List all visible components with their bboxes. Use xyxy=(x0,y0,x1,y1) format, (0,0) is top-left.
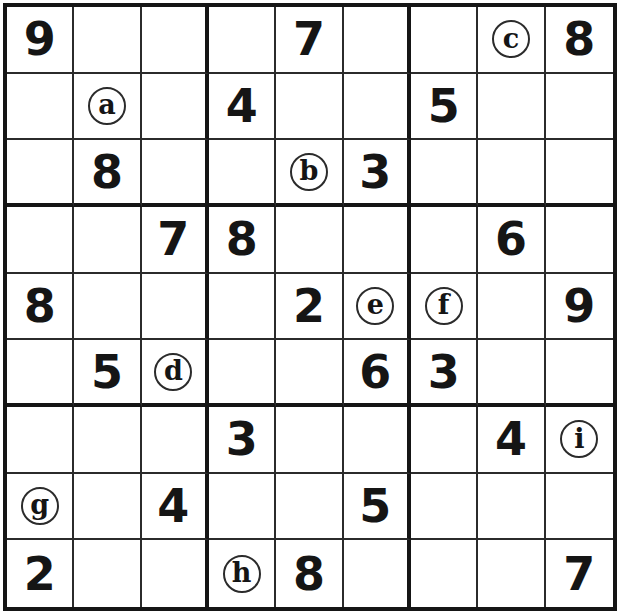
cell-r1c2[interactable] xyxy=(74,7,141,74)
cell-r8c5[interactable] xyxy=(276,474,343,541)
cell-r9c1[interactable]: 2 xyxy=(7,540,74,607)
cell-r8c3[interactable]: 4 xyxy=(142,474,209,541)
circled-letter-b: b xyxy=(290,153,328,191)
cell-r8c1[interactable]: g xyxy=(7,474,74,541)
cell-r1c5[interactable]: 7 xyxy=(276,7,343,74)
cell-r5c4[interactable] xyxy=(209,274,276,341)
cell-r1c7[interactable] xyxy=(411,7,478,74)
cell-r8c8[interactable] xyxy=(478,474,545,541)
given-digit: 8 xyxy=(226,216,258,262)
cell-r4c2[interactable] xyxy=(74,207,141,274)
given-digit: 4 xyxy=(226,83,258,129)
cell-r2c6[interactable] xyxy=(344,74,411,141)
given-digit: 3 xyxy=(359,149,391,195)
cell-r9c3[interactable] xyxy=(142,540,209,607)
given-digit: 4 xyxy=(495,416,527,462)
cell-r5c7[interactable]: f xyxy=(411,274,478,341)
cell-r3c8[interactable] xyxy=(478,140,545,207)
given-digit: 5 xyxy=(359,483,391,529)
circled-letter-c: c xyxy=(492,20,530,58)
cell-r5c5[interactable]: 2 xyxy=(276,274,343,341)
cell-r2c7[interactable]: 5 xyxy=(411,74,478,141)
cell-r7c4[interactable]: 3 xyxy=(209,407,276,474)
circled-letter-a: a xyxy=(88,87,126,125)
cell-r6c6[interactable]: 6 xyxy=(344,340,411,407)
cell-r3c1[interactable] xyxy=(7,140,74,207)
cell-r5c9[interactable]: 9 xyxy=(546,274,613,341)
cell-r5c8[interactable] xyxy=(478,274,545,341)
cell-r9c6[interactable] xyxy=(344,540,411,607)
circled-letter-i: i xyxy=(560,420,598,458)
cell-r3c3[interactable] xyxy=(142,140,209,207)
cell-r3c5[interactable]: b xyxy=(276,140,343,207)
cell-r2c1[interactable] xyxy=(7,74,74,141)
cell-r9c2[interactable] xyxy=(74,540,141,607)
cell-r6c2[interactable]: 5 xyxy=(74,340,141,407)
given-digit: 4 xyxy=(157,483,189,529)
cell-r3c2[interactable]: 8 xyxy=(74,140,141,207)
given-digit: 8 xyxy=(293,551,325,597)
cell-r9c5[interactable]: 8 xyxy=(276,540,343,607)
circled-letter-g: g xyxy=(21,487,59,525)
cell-r6c8[interactable] xyxy=(478,340,545,407)
given-digit: 6 xyxy=(359,349,391,395)
cell-r8c9[interactable] xyxy=(546,474,613,541)
cell-r1c9[interactable]: 8 xyxy=(546,7,613,74)
cell-r7c8[interactable]: 4 xyxy=(478,407,545,474)
cell-r6c4[interactable] xyxy=(209,340,276,407)
circled-letter-h: h xyxy=(223,555,261,593)
cell-r1c6[interactable] xyxy=(344,7,411,74)
given-digit: 3 xyxy=(226,416,258,462)
cell-r2c8[interactable] xyxy=(478,74,545,141)
cell-r1c8[interactable]: c xyxy=(478,7,545,74)
cell-r9c7[interactable] xyxy=(411,540,478,607)
cell-r3c9[interactable] xyxy=(546,140,613,207)
cell-r2c9[interactable] xyxy=(546,74,613,141)
cell-r2c4[interactable]: 4 xyxy=(209,74,276,141)
given-digit: 5 xyxy=(428,83,460,129)
given-digit: 7 xyxy=(157,216,189,262)
cell-r8c7[interactable] xyxy=(411,474,478,541)
cell-r7c6[interactable] xyxy=(344,407,411,474)
cell-r4c8[interactable]: 6 xyxy=(478,207,545,274)
cell-r7c7[interactable] xyxy=(411,407,478,474)
cell-r9c8[interactable] xyxy=(478,540,545,607)
cell-r8c6[interactable]: 5 xyxy=(344,474,411,541)
cell-r3c6[interactable]: 3 xyxy=(344,140,411,207)
cell-r2c5[interactable] xyxy=(276,74,343,141)
cell-r7c5[interactable] xyxy=(276,407,343,474)
cell-r7c3[interactable] xyxy=(142,407,209,474)
cell-r5c3[interactable] xyxy=(142,274,209,341)
cell-r7c1[interactable] xyxy=(7,407,74,474)
given-digit: 3 xyxy=(428,349,460,395)
cell-r3c4[interactable] xyxy=(209,140,276,207)
cell-r6c9[interactable] xyxy=(546,340,613,407)
cell-r4c9[interactable] xyxy=(546,207,613,274)
cell-r8c2[interactable] xyxy=(74,474,141,541)
cell-r8c4[interactable] xyxy=(209,474,276,541)
given-digit: 9 xyxy=(24,16,56,62)
cell-r4c1[interactable] xyxy=(7,207,74,274)
given-digit: 5 xyxy=(91,349,123,395)
given-digit: 8 xyxy=(91,149,123,195)
cell-r4c3[interactable]: 7 xyxy=(142,207,209,274)
given-digit: 2 xyxy=(24,551,56,597)
sudoku-board: 97c8a458b378682ef95d6334ig452h87 xyxy=(3,3,617,611)
cell-r4c5[interactable] xyxy=(276,207,343,274)
given-digit: 6 xyxy=(495,216,527,262)
cell-r7c2[interactable] xyxy=(74,407,141,474)
given-digit: 7 xyxy=(293,16,325,62)
cell-r2c2[interactable]: a xyxy=(74,74,141,141)
sudoku-board-container: 97c8a458b378682ef95d6334ig452h87 xyxy=(3,3,617,611)
cell-r4c7[interactable] xyxy=(411,207,478,274)
cell-r6c7[interactable]: 3 xyxy=(411,340,478,407)
cell-r5c1[interactable]: 8 xyxy=(7,274,74,341)
circled-letter-e: e xyxy=(356,287,394,325)
cell-r5c2[interactable] xyxy=(74,274,141,341)
cell-r3c7[interactable] xyxy=(411,140,478,207)
cell-r4c6[interactable] xyxy=(344,207,411,274)
cell-r9c4[interactable]: h xyxy=(209,540,276,607)
given-digit: 8 xyxy=(563,16,595,62)
cell-r1c1[interactable]: 9 xyxy=(7,7,74,74)
cell-r7c9[interactable]: i xyxy=(546,407,613,474)
cell-r4c4[interactable]: 8 xyxy=(209,207,276,274)
given-digit: 2 xyxy=(293,283,325,329)
given-digit: 7 xyxy=(563,551,595,597)
cell-r9c9[interactable]: 7 xyxy=(546,540,613,607)
cell-r6c5[interactable] xyxy=(276,340,343,407)
given-digit: 8 xyxy=(24,283,56,329)
cell-r1c3[interactable] xyxy=(142,7,209,74)
cell-r2c3[interactable] xyxy=(142,74,209,141)
cell-r6c1[interactable] xyxy=(7,340,74,407)
given-digit: 9 xyxy=(563,283,595,329)
cell-r6c3[interactable]: d xyxy=(142,340,209,407)
circled-letter-f: f xyxy=(425,287,463,325)
circled-letter-d: d xyxy=(154,353,192,391)
cell-r5c6[interactable]: e xyxy=(344,274,411,341)
cell-r1c4[interactable] xyxy=(209,7,276,74)
